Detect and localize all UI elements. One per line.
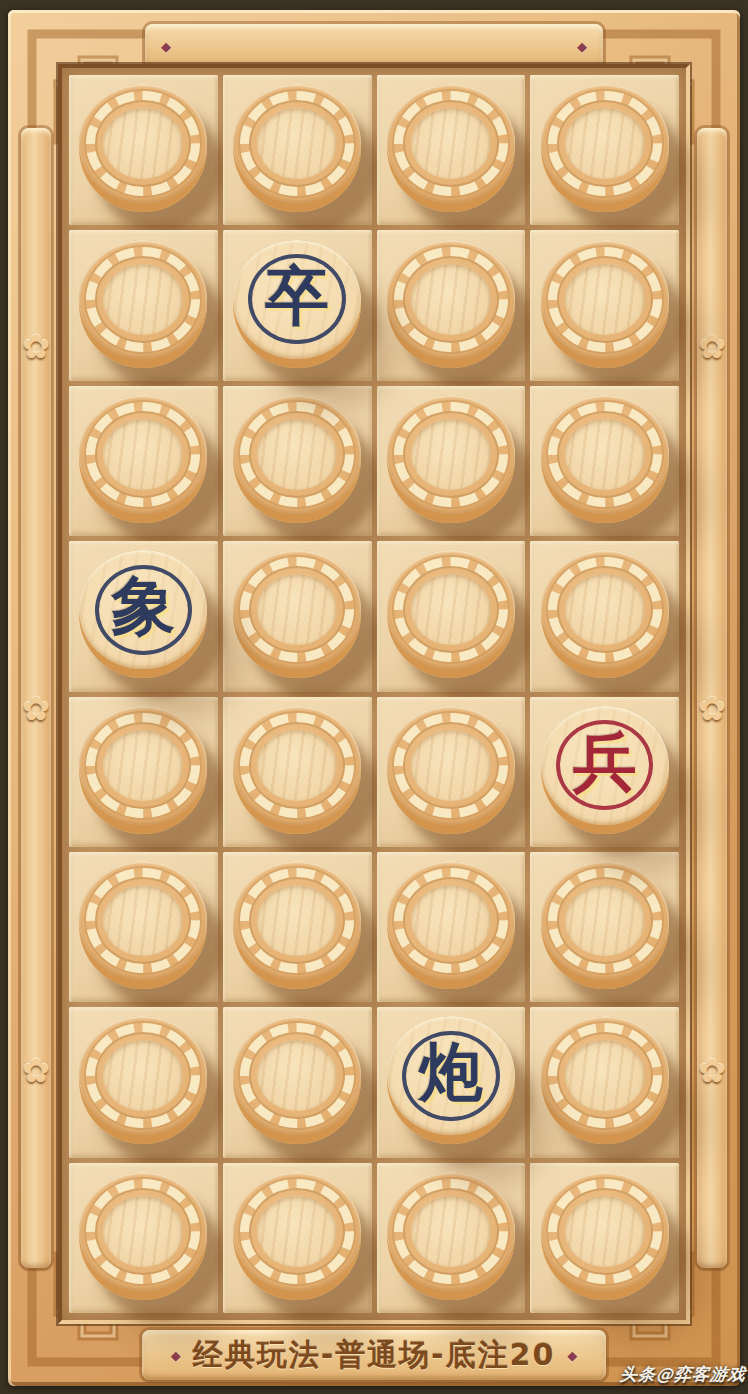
piece-facedown[interactable]	[233, 861, 361, 989]
piece-face	[79, 395, 207, 514]
cell-r2c1	[69, 230, 218, 380]
cell-r3c2	[223, 386, 372, 536]
piece-facedown[interactable]	[79, 861, 207, 989]
piece-facedown[interactable]	[541, 1172, 669, 1300]
cell-r2c2: 卒	[223, 230, 372, 380]
piece-face	[79, 861, 207, 980]
cell-r7c4	[530, 1007, 679, 1157]
piece-face	[79, 240, 207, 359]
cell-r7c2	[223, 1007, 372, 1157]
piece-face	[233, 706, 361, 825]
cell-r1c2	[223, 75, 372, 225]
piece-facedown[interactable]	[233, 84, 361, 212]
piece-facedown[interactable]	[233, 1016, 361, 1144]
cell-r5c4: 兵	[530, 697, 679, 847]
cell-r4c4	[530, 541, 679, 691]
piece-facedown[interactable]	[387, 550, 515, 678]
piece-character: 炮	[387, 1016, 515, 1129]
piece-facedown[interactable]	[387, 240, 515, 368]
diamond-stud-icon: ◆	[567, 1349, 577, 1362]
piece-face	[79, 706, 207, 825]
piece-character: 卒	[233, 240, 361, 353]
piece-facedown[interactable]	[541, 240, 669, 368]
cell-r2c4	[530, 230, 679, 380]
cell-r1c4	[530, 75, 679, 225]
piece-face	[541, 395, 669, 514]
cell-r8c2	[223, 1163, 372, 1313]
cell-r3c4	[530, 386, 679, 536]
cell-r4c3	[377, 541, 526, 691]
piece-facedown[interactable]	[79, 706, 207, 834]
piece-red-soldier[interactable]: 兵	[541, 706, 669, 834]
piece-face	[387, 1172, 515, 1291]
cell-r5c1	[69, 697, 218, 847]
game-mode-label: 经典玩法-普通场-底注20	[193, 1335, 556, 1376]
piece-facedown[interactable]	[387, 1172, 515, 1300]
piece-face	[541, 1172, 669, 1291]
piece-face	[233, 861, 361, 980]
piece-facedown[interactable]	[233, 550, 361, 678]
piece-facedown[interactable]	[387, 84, 515, 212]
cell-r6c1	[69, 852, 218, 1002]
piece-facedown[interactable]	[541, 550, 669, 678]
diamond-stud-icon: ◆	[171, 1349, 181, 1362]
piece-facedown[interactable]	[79, 240, 207, 368]
piece-facedown[interactable]	[541, 395, 669, 523]
cell-r7c3: 炮	[377, 1007, 526, 1157]
piece-facedown[interactable]	[541, 861, 669, 989]
diamond-stud-icon: ◆	[577, 40, 587, 53]
piece-face	[233, 84, 361, 203]
piece-facedown[interactable]	[79, 1016, 207, 1144]
banqi-game-screen: ◆ ◆ ✿ ✿ ✿ ✿ ✿ ✿ ◆ 经典玩法-普通场-底注20 ◆ 卒象兵炮 头…	[0, 0, 748, 1394]
piece-face	[541, 240, 669, 359]
piece-facedown[interactable]	[79, 1172, 207, 1300]
cell-r3c1	[69, 386, 218, 536]
rosette-flower-icon: ✿	[17, 1052, 55, 1090]
cell-r4c2	[223, 541, 372, 691]
piece-face	[79, 84, 207, 203]
piece-face	[387, 240, 515, 359]
piece-face	[541, 861, 669, 980]
cell-r4c1: 象	[69, 541, 218, 691]
piece-facedown[interactable]	[79, 84, 207, 212]
piece-black-cannon[interactable]: 炮	[387, 1016, 515, 1144]
piece-facedown[interactable]	[387, 706, 515, 834]
piece-face	[79, 1016, 207, 1135]
piece-face	[233, 1172, 361, 1291]
piece-facedown[interactable]	[541, 84, 669, 212]
piece-face	[541, 84, 669, 203]
piece-face	[387, 84, 515, 203]
cell-r6c2	[223, 852, 372, 1002]
bottom-plank: ◆ 经典玩法-普通场-底注20 ◆	[142, 1330, 606, 1380]
cell-r2c3	[377, 230, 526, 380]
piece-facedown[interactable]	[387, 395, 515, 523]
piece-face	[233, 395, 361, 514]
rosette-flower-icon: ✿	[693, 690, 731, 728]
cell-r3c3	[377, 386, 526, 536]
piece-facedown[interactable]	[233, 395, 361, 523]
piece-face: 兵	[541, 706, 669, 825]
piece-black-elephant[interactable]: 象	[79, 550, 207, 678]
cell-r7c1	[69, 1007, 218, 1157]
cell-r6c4	[530, 852, 679, 1002]
cell-r5c3	[377, 697, 526, 847]
piece-face	[541, 550, 669, 669]
piece-face	[387, 550, 515, 669]
piece-black-soldier[interactable]: 卒	[233, 240, 361, 368]
cell-r8c4	[530, 1163, 679, 1313]
piece-character: 兵	[541, 706, 669, 819]
piece-facedown[interactable]	[387, 861, 515, 989]
cell-r8c1	[69, 1163, 218, 1313]
board: 卒象兵炮	[69, 75, 679, 1313]
piece-face	[233, 550, 361, 669]
piece-facedown[interactable]	[541, 1016, 669, 1144]
piece-face: 炮	[387, 1016, 515, 1135]
diamond-stud-icon: ◆	[161, 40, 171, 53]
piece-face	[541, 1016, 669, 1135]
piece-face: 象	[79, 550, 207, 669]
cell-r8c3	[377, 1163, 526, 1313]
rosette-flower-icon: ✿	[17, 328, 55, 366]
piece-face	[79, 1172, 207, 1291]
piece-facedown[interactable]	[233, 706, 361, 834]
cell-r6c3	[377, 852, 526, 1002]
piece-face	[387, 395, 515, 514]
board-wrap: 卒象兵炮	[58, 64, 690, 1324]
rosette-flower-icon: ✿	[17, 690, 55, 728]
cell-r5c2	[223, 697, 372, 847]
rosette-flower-icon: ✿	[693, 1052, 731, 1090]
piece-face	[387, 861, 515, 980]
piece-face	[387, 706, 515, 825]
piece-facedown[interactable]	[79, 395, 207, 523]
piece-facedown[interactable]	[233, 1172, 361, 1300]
piece-character: 象	[79, 550, 207, 663]
rosette-flower-icon: ✿	[693, 328, 731, 366]
cell-r1c1	[69, 75, 218, 225]
watermark: 头条@弈客游戏	[619, 1363, 747, 1386]
piece-face: 卒	[233, 240, 361, 359]
top-plank: ◆ ◆	[145, 24, 603, 68]
cell-r1c3	[377, 75, 526, 225]
piece-face	[233, 1016, 361, 1135]
